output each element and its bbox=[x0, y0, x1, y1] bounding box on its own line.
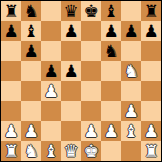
white-bishop-piece[interactable]: ♝ bbox=[43, 141, 58, 161]
square-d5[interactable]: ♟ bbox=[61, 61, 81, 81]
square-d2[interactable] bbox=[61, 121, 81, 141]
square-e6[interactable] bbox=[81, 41, 101, 61]
square-b7[interactable]: ♝ bbox=[21, 21, 41, 41]
black-pawn-piece[interactable]: ♟ bbox=[63, 61, 78, 81]
square-a1[interactable]: ♜ bbox=[1, 141, 21, 161]
square-f2[interactable]: ♟ bbox=[101, 121, 121, 141]
white-knight-piece[interactable]: ♞ bbox=[123, 61, 138, 81]
square-g5[interactable]: ♞ bbox=[121, 61, 141, 81]
square-h8[interactable]: ♜ bbox=[141, 1, 161, 21]
square-d1[interactable]: ♛ bbox=[61, 141, 81, 161]
square-g7[interactable]: ♟ bbox=[121, 21, 141, 41]
chess-board-frame: ♜♞♛♚♝♜♟♝♟♟♟♟♟♞♟♟♞♟♟♟♟♟♟♝♟♜♞♝♛♚♜ bbox=[0, 0, 162, 162]
square-d7[interactable]: ♟ bbox=[61, 21, 81, 41]
square-c7[interactable] bbox=[41, 21, 61, 41]
white-bishop-piece[interactable]: ♝ bbox=[123, 121, 138, 141]
square-e3[interactable] bbox=[81, 101, 101, 121]
square-c2[interactable] bbox=[41, 121, 61, 141]
square-b8[interactable]: ♞ bbox=[21, 1, 41, 21]
square-c8[interactable] bbox=[41, 1, 61, 21]
square-c6[interactable] bbox=[41, 41, 61, 61]
black-pawn-piece[interactable]: ♟ bbox=[23, 41, 38, 61]
square-e5[interactable] bbox=[81, 61, 101, 81]
square-h5[interactable] bbox=[141, 61, 161, 81]
black-knight-piece[interactable]: ♞ bbox=[103, 41, 118, 61]
square-g8[interactable] bbox=[121, 1, 141, 21]
white-rook-piece[interactable]: ♜ bbox=[143, 141, 158, 161]
square-e7[interactable] bbox=[81, 21, 101, 41]
black-pawn-piece[interactable]: ♟ bbox=[63, 21, 78, 41]
square-a5[interactable] bbox=[1, 61, 21, 81]
square-h4[interactable] bbox=[141, 81, 161, 101]
square-h3[interactable] bbox=[141, 101, 161, 121]
white-pawn-piece[interactable]: ♟ bbox=[3, 121, 18, 141]
black-pawn-piece[interactable]: ♟ bbox=[103, 21, 118, 41]
white-pawn-piece[interactable]: ♟ bbox=[23, 121, 38, 141]
white-queen-piece[interactable]: ♛ bbox=[63, 141, 78, 161]
square-b5[interactable] bbox=[21, 61, 41, 81]
square-f5[interactable] bbox=[101, 61, 121, 81]
white-rook-piece[interactable]: ♜ bbox=[3, 141, 18, 161]
square-g2[interactable]: ♝ bbox=[121, 121, 141, 141]
black-rook-piece[interactable]: ♜ bbox=[143, 1, 158, 21]
white-pawn-piece[interactable]: ♟ bbox=[123, 101, 138, 121]
square-b1[interactable]: ♞ bbox=[21, 141, 41, 161]
square-c4[interactable]: ♟ bbox=[41, 81, 61, 101]
square-g3[interactable]: ♟ bbox=[121, 101, 141, 121]
square-a8[interactable]: ♜ bbox=[1, 1, 21, 21]
square-c1[interactable]: ♝ bbox=[41, 141, 61, 161]
white-pawn-piece[interactable]: ♟ bbox=[43, 81, 58, 101]
square-b6[interactable]: ♟ bbox=[21, 41, 41, 61]
black-pawn-piece[interactable]: ♟ bbox=[3, 21, 18, 41]
square-e8[interactable]: ♚ bbox=[81, 1, 101, 21]
black-rook-piece[interactable]: ♜ bbox=[3, 1, 18, 21]
square-d6[interactable] bbox=[61, 41, 81, 61]
white-king-piece[interactable]: ♚ bbox=[83, 141, 98, 161]
square-b2[interactable]: ♟ bbox=[21, 121, 41, 141]
square-f4[interactable] bbox=[101, 81, 121, 101]
chess-board: ♜♞♛♚♝♜♟♝♟♟♟♟♟♞♟♟♞♟♟♟♟♟♟♝♟♜♞♝♛♚♜ bbox=[1, 1, 161, 161]
square-c5[interactable]: ♟ bbox=[41, 61, 61, 81]
square-f7[interactable]: ♟ bbox=[101, 21, 121, 41]
square-g6[interactable] bbox=[121, 41, 141, 61]
square-d8[interactable]: ♛ bbox=[61, 1, 81, 21]
black-king-piece[interactable]: ♚ bbox=[83, 1, 98, 21]
square-a3[interactable] bbox=[1, 101, 21, 121]
square-a6[interactable] bbox=[1, 41, 21, 61]
square-a4[interactable] bbox=[1, 81, 21, 101]
black-bishop-piece[interactable]: ♝ bbox=[103, 1, 118, 21]
white-knight-piece[interactable]: ♞ bbox=[23, 141, 38, 161]
square-f1[interactable] bbox=[101, 141, 121, 161]
square-d4[interactable] bbox=[61, 81, 81, 101]
square-e2[interactable]: ♟ bbox=[81, 121, 101, 141]
black-knight-piece[interactable]: ♞ bbox=[23, 1, 38, 21]
square-f3[interactable] bbox=[101, 101, 121, 121]
square-e4[interactable] bbox=[81, 81, 101, 101]
square-h2[interactable]: ♟ bbox=[141, 121, 161, 141]
square-a2[interactable]: ♟ bbox=[1, 121, 21, 141]
black-queen-piece[interactable]: ♛ bbox=[63, 1, 78, 21]
square-e1[interactable]: ♚ bbox=[81, 141, 101, 161]
square-h7[interactable]: ♟ bbox=[141, 21, 161, 41]
square-g4[interactable] bbox=[121, 81, 141, 101]
square-f8[interactable]: ♝ bbox=[101, 1, 121, 21]
square-h1[interactable]: ♜ bbox=[141, 141, 161, 161]
white-pawn-piece[interactable]: ♟ bbox=[83, 121, 98, 141]
square-h6[interactable] bbox=[141, 41, 161, 61]
white-pawn-piece[interactable]: ♟ bbox=[103, 121, 118, 141]
black-bishop-piece[interactable]: ♝ bbox=[23, 21, 38, 41]
square-f6[interactable]: ♞ bbox=[101, 41, 121, 61]
square-d3[interactable] bbox=[61, 101, 81, 121]
black-pawn-piece[interactable]: ♟ bbox=[43, 61, 58, 81]
black-pawn-piece[interactable]: ♟ bbox=[143, 21, 158, 41]
square-b4[interactable] bbox=[21, 81, 41, 101]
square-g1[interactable] bbox=[121, 141, 141, 161]
square-b3[interactable] bbox=[21, 101, 41, 121]
square-c3[interactable] bbox=[41, 101, 61, 121]
square-a7[interactable]: ♟ bbox=[1, 21, 21, 41]
black-pawn-piece[interactable]: ♟ bbox=[123, 21, 138, 41]
white-pawn-piece[interactable]: ♟ bbox=[143, 121, 158, 141]
